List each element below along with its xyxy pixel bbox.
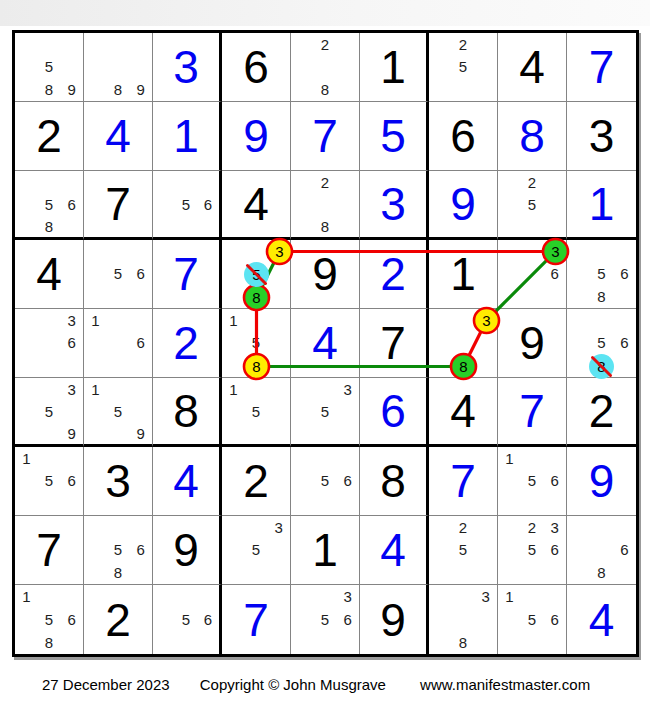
grid-cell-r1c4[interactable]: 6 xyxy=(222,33,291,102)
grid-cell-r2c2[interactable]: 4 xyxy=(84,102,153,171)
solved-digit: 3 xyxy=(153,33,219,101)
sudoku-board: 5898936281254724197568356875642839251456… xyxy=(12,30,639,657)
given-digit: 2 xyxy=(84,585,152,654)
solved-digit: 7 xyxy=(429,447,497,515)
given-digit: 4 xyxy=(429,378,497,444)
grid-cell-r5c7[interactable]: 38 xyxy=(429,309,498,378)
candidate-digit: 6 xyxy=(613,332,636,355)
grid-cell-r6c4[interactable]: 15 xyxy=(222,378,291,447)
solved-digit: 1 xyxy=(153,102,219,170)
grid-cell-r2c9[interactable]: 3 xyxy=(567,102,636,171)
candidate-grid: 35 xyxy=(291,378,359,444)
candidate-grid: 159 xyxy=(84,378,152,444)
candidate-digit: 5 xyxy=(175,608,197,631)
grid-cell-r1c1[interactable]: 589 xyxy=(15,33,84,102)
candidate-grid: 36 xyxy=(498,240,566,308)
candidate-grid: 156 xyxy=(498,585,566,654)
solved-digit: 9 xyxy=(222,102,290,170)
grid-cell-r2c7[interactable]: 6 xyxy=(429,102,498,171)
candidate-grid: 28 xyxy=(291,171,359,237)
candidate-digit: 5 xyxy=(314,400,337,422)
given-digit: 1 xyxy=(291,516,359,584)
grid-cell-r6c7[interactable]: 4 xyxy=(429,378,498,447)
grid-cell-r4c4[interactable]: 358 xyxy=(222,240,291,309)
grid-cell-r4c9[interactable]: 568 xyxy=(567,240,636,309)
grid-cell-r1c2[interactable]: 89 xyxy=(84,33,153,102)
candidate-digit: 9 xyxy=(129,78,152,101)
grid-cell-r5c8[interactable]: 9 xyxy=(498,309,567,378)
candidate-digit: 5 xyxy=(314,608,337,631)
candidate-digit: 9 xyxy=(60,422,83,444)
candidate-digit: 6 xyxy=(129,263,152,286)
candidate-digit: 2 xyxy=(314,171,337,193)
candidate-digit: 6 xyxy=(129,332,152,355)
candidate-digit: 3 xyxy=(336,585,359,608)
given-digit: 3 xyxy=(567,102,636,170)
candidate-grid: 568 xyxy=(84,516,152,584)
given-digit: 1 xyxy=(360,33,426,101)
candidate-digit: 2 xyxy=(452,33,475,56)
candidate-grid: 356 xyxy=(291,585,359,654)
grid-cell-r4c2[interactable]: 56 xyxy=(84,240,153,309)
candidate-digit: 5 xyxy=(245,539,268,562)
grid-cell-r8c1[interactable]: 7 xyxy=(15,516,84,585)
grid-cell-r6c6[interactable]: 6 xyxy=(360,378,429,447)
candidate-digit: 5 xyxy=(314,470,337,493)
candidate-digit: 5 xyxy=(245,263,268,286)
solved-digit: 4 xyxy=(84,102,152,170)
candidate-digit: 6 xyxy=(336,608,359,631)
candidate-digit: 8 xyxy=(452,354,475,377)
candidate-digit: 3 xyxy=(474,309,497,332)
grid-cell-r1c7[interactable]: 25 xyxy=(429,33,498,102)
grid-cell-r1c5[interactable]: 28 xyxy=(291,33,360,102)
candidate-digit: 8 xyxy=(245,354,268,377)
solved-digit: 8 xyxy=(498,102,566,170)
solved-digit: 3 xyxy=(360,171,426,237)
grid-cell-r9c8[interactable]: 156 xyxy=(498,585,567,654)
footer-date: 27 December 2023 xyxy=(42,676,170,693)
candidate-digit: 2 xyxy=(314,33,337,56)
candidate-grid: 36 xyxy=(15,309,83,377)
grid-cell-r7c2[interactable]: 3 xyxy=(84,447,153,516)
given-digit: 7 xyxy=(84,171,152,237)
solved-digit: 4 xyxy=(153,447,219,515)
grid-cell-r8c8[interactable]: 2356 xyxy=(498,516,567,585)
candidate-digit: 9 xyxy=(60,78,83,101)
grid-cell-r8c7[interactable]: 25 xyxy=(429,516,498,585)
grid-cell-r9c5[interactable]: 356 xyxy=(291,585,360,654)
footer-copyright: Copyright © John Musgrave xyxy=(200,676,386,693)
grid-cell-r3c4[interactable]: 4 xyxy=(222,171,291,240)
candidate-digit: 6 xyxy=(60,193,83,215)
grid-cell-r3c6[interactable]: 3 xyxy=(360,171,429,240)
grid-cell-r8c5[interactable]: 1 xyxy=(291,516,360,585)
grid-cell-r7c1[interactable]: 156 xyxy=(15,447,84,516)
solved-digit: 2 xyxy=(153,309,219,377)
candidate-digit: 8 xyxy=(452,631,475,654)
candidate-digit: 6 xyxy=(543,263,566,286)
candidate-digit: 8 xyxy=(590,285,613,308)
candidate-digit: 5 xyxy=(521,608,544,631)
grid-cell-r9c6[interactable]: 9 xyxy=(360,585,429,654)
candidate-grid: 15 xyxy=(222,378,290,444)
candidate-digit: 1 xyxy=(498,585,521,608)
given-digit: 9 xyxy=(291,240,359,308)
candidate-digit: 6 xyxy=(543,608,566,631)
solved-digit: 2 xyxy=(360,240,426,308)
grid-cell-r8c3[interactable]: 9 xyxy=(153,516,222,585)
grid-cell-r6c5[interactable]: 35 xyxy=(291,378,360,447)
candidate-grid: 56 xyxy=(153,585,219,654)
candidate-digit: 3 xyxy=(543,516,566,539)
given-digit: 4 xyxy=(222,171,290,237)
candidate-digit: 8 xyxy=(314,78,337,101)
candidate-digit: 6 xyxy=(613,539,636,562)
grid-cell-r7c8[interactable]: 156 xyxy=(498,447,567,516)
given-digit: 4 xyxy=(498,33,566,101)
grid-cell-r8c6[interactable]: 4 xyxy=(360,516,429,585)
given-digit: 2 xyxy=(567,378,636,444)
candidate-digit: 8 xyxy=(38,78,61,101)
given-digit: 4 xyxy=(15,240,83,308)
grid-cell-r5c4[interactable]: 158 xyxy=(222,309,291,378)
candidate-digit: 5 xyxy=(590,263,613,286)
candidate-digit: 1 xyxy=(84,378,107,400)
grid-cell-r2c8[interactable]: 8 xyxy=(498,102,567,171)
candidate-grid: 156 xyxy=(498,447,566,515)
solved-digit: 5 xyxy=(360,102,426,170)
candidate-grid: 158 xyxy=(222,309,290,377)
candidate-grid: 1568 xyxy=(15,585,83,654)
grid-cell-r7c5[interactable]: 56 xyxy=(291,447,360,516)
candidate-digit: 5 xyxy=(245,332,268,355)
candidate-digit: 2 xyxy=(521,516,544,539)
candidate-grid: 568 xyxy=(15,171,83,237)
candidate-grid: 16 xyxy=(84,309,152,377)
candidate-digit: 8 xyxy=(38,215,61,237)
candidate-digit: 2 xyxy=(452,516,475,539)
candidate-grid: 38 xyxy=(429,585,497,654)
grid-cell-r9c9[interactable]: 4 xyxy=(567,585,636,654)
candidate-digit: 5 xyxy=(175,193,197,215)
given-digit: 7 xyxy=(15,516,83,584)
candidate-digit: 5 xyxy=(38,193,61,215)
candidate-digit: 6 xyxy=(129,539,152,562)
candidate-digit: 1 xyxy=(15,447,38,470)
grid-cell-r5c2[interactable]: 16 xyxy=(84,309,153,378)
solved-digit: 7 xyxy=(498,378,566,444)
candidate-grid: 25 xyxy=(498,171,566,237)
header-strip xyxy=(0,0,650,26)
candidate-digit: 5 xyxy=(452,539,475,562)
candidate-digit: 1 xyxy=(498,447,521,470)
grid-cell-r9c1[interactable]: 1568 xyxy=(15,585,84,654)
candidate-digit: 8 xyxy=(590,354,613,377)
candidate-grid: 56 xyxy=(84,240,152,308)
solved-digit: 4 xyxy=(567,585,636,654)
candidate-grid: 568 xyxy=(567,309,636,377)
candidate-grid: 568 xyxy=(567,240,636,308)
grid-cell-r9c4[interactable]: 7 xyxy=(222,585,291,654)
grid-cell-r2c5[interactable]: 7 xyxy=(291,102,360,171)
candidate-digit: 5 xyxy=(107,263,130,286)
given-digit: 7 xyxy=(360,309,426,377)
grid-cell-r3c9[interactable]: 1 xyxy=(567,171,636,240)
grid-cell-r7c4[interactable]: 2 xyxy=(222,447,291,516)
grid-cell-r1c8[interactable]: 4 xyxy=(498,33,567,102)
candidate-grid: 358 xyxy=(222,240,290,308)
given-digit: 9 xyxy=(153,516,219,584)
candidate-digit: 5 xyxy=(38,56,61,79)
grid-cell-r4c1[interactable]: 4 xyxy=(15,240,84,309)
candidate-grid: 68 xyxy=(567,516,636,584)
candidate-digit: 6 xyxy=(197,193,219,215)
solved-digit: 7 xyxy=(291,102,359,170)
grid-cell-r4c5[interactable]: 9 xyxy=(291,240,360,309)
grid-cell-r5c3[interactable]: 2 xyxy=(153,309,222,378)
candidate-digit: 3 xyxy=(267,516,290,539)
solved-digit: 9 xyxy=(567,447,636,515)
candidate-grid: 25 xyxy=(429,516,497,584)
grid-cell-r5c9[interactable]: 568 xyxy=(567,309,636,378)
candidate-digit: 5 xyxy=(38,470,61,493)
grid-cell-r9c2[interactable]: 2 xyxy=(84,585,153,654)
grid-cell-r7c6[interactable]: 8 xyxy=(360,447,429,516)
candidate-digit: 5 xyxy=(590,332,613,355)
grid-cell-r5c5[interactable]: 4 xyxy=(291,309,360,378)
grid-cell-r7c7[interactable]: 7 xyxy=(429,447,498,516)
candidate-digit: 6 xyxy=(543,539,566,562)
grid-cell-r5c6[interactable]: 7 xyxy=(360,309,429,378)
candidate-digit: 3 xyxy=(60,309,83,332)
given-digit: 8 xyxy=(153,378,219,444)
grid-cell-r3c1[interactable]: 568 xyxy=(15,171,84,240)
candidate-digit: 5 xyxy=(521,539,544,562)
grid-cell-r3c5[interactable]: 28 xyxy=(291,171,360,240)
candidate-digit: 8 xyxy=(107,78,130,101)
candidate-grid: 156 xyxy=(15,447,83,515)
grid-cell-r6c3[interactable]: 8 xyxy=(153,378,222,447)
given-digit: 2 xyxy=(222,447,290,515)
candidate-digit: 9 xyxy=(129,422,152,444)
grid-cell-r8c4[interactable]: 35 xyxy=(222,516,291,585)
candidate-digit: 8 xyxy=(314,215,337,237)
candidate-digit: 3 xyxy=(543,240,566,263)
grid-cell-r9c7[interactable]: 38 xyxy=(429,585,498,654)
candidate-digit: 1 xyxy=(84,309,107,332)
candidate-digit: 6 xyxy=(60,470,83,493)
candidate-digit: 5 xyxy=(38,400,61,422)
footer-url: www.manifestmaster.com xyxy=(420,676,590,693)
grid-cell-r4c8[interactable]: 36 xyxy=(498,240,567,309)
candidate-digit: 6 xyxy=(613,263,636,286)
candidate-digit: 8 xyxy=(245,285,268,308)
candidate-digit: 5 xyxy=(107,539,130,562)
solved-digit: 1 xyxy=(567,171,636,237)
given-digit: 2 xyxy=(15,102,83,170)
candidate-digit: 3 xyxy=(474,585,497,608)
candidate-digit: 6 xyxy=(60,608,83,631)
grid-cell-r2c3[interactable]: 1 xyxy=(153,102,222,171)
candidate-grid: 28 xyxy=(291,33,359,101)
candidate-digit: 5 xyxy=(452,56,475,79)
candidate-digit: 1 xyxy=(222,378,245,400)
given-digit: 6 xyxy=(222,33,290,101)
grid-cell-r1c9[interactable]: 7 xyxy=(567,33,636,102)
candidate-digit: 8 xyxy=(38,631,61,654)
grid-cell-r3c2[interactable]: 7 xyxy=(84,171,153,240)
grid-cell-r4c3[interactable]: 7 xyxy=(153,240,222,309)
candidate-digit: 5 xyxy=(521,470,544,493)
grid-cell-r6c9[interactable]: 2 xyxy=(567,378,636,447)
grid-cell-r4c7[interactable]: 1 xyxy=(429,240,498,309)
candidate-digit: 1 xyxy=(222,309,245,332)
candidate-digit: 6 xyxy=(60,332,83,355)
candidate-grid: 56 xyxy=(153,171,219,237)
candidate-digit: 1 xyxy=(15,585,38,608)
solved-digit: 7 xyxy=(567,33,636,101)
solved-digit: 6 xyxy=(360,378,426,444)
grid-cell-r3c7[interactable]: 9 xyxy=(429,171,498,240)
candidate-grid: 359 xyxy=(15,378,83,444)
grid-cell-r5c1[interactable]: 36 xyxy=(15,309,84,378)
grid-cell-r1c3[interactable]: 3 xyxy=(153,33,222,102)
grid-cell-r2c4[interactable]: 9 xyxy=(222,102,291,171)
candidate-digit: 5 xyxy=(521,193,544,215)
grid-cell-r6c8[interactable]: 7 xyxy=(498,378,567,447)
candidate-grid: 35 xyxy=(222,516,290,584)
grid-cell-r3c3[interactable]: 56 xyxy=(153,171,222,240)
candidate-digit: 3 xyxy=(267,240,290,263)
grid-cell-r7c3[interactable]: 4 xyxy=(153,447,222,516)
candidate-digit: 8 xyxy=(107,561,130,584)
candidate-digit: 3 xyxy=(60,378,83,400)
grid-cell-r6c1[interactable]: 359 xyxy=(15,378,84,447)
candidate-digit: 6 xyxy=(336,470,359,493)
solved-digit: 7 xyxy=(153,240,219,308)
candidate-grid: 2356 xyxy=(498,516,566,584)
candidate-grid: 25 xyxy=(429,33,497,101)
grid-cell-r8c9[interactable]: 68 xyxy=(567,516,636,585)
footer: 27 December 2023 Copyright © John Musgra… xyxy=(42,676,590,693)
grid-cell-r6c2[interactable]: 159 xyxy=(84,378,153,447)
given-digit: 1 xyxy=(429,240,497,308)
candidate-digit: 8 xyxy=(590,561,613,584)
given-digit: 9 xyxy=(360,585,426,654)
grid-cell-r8c2[interactable]: 568 xyxy=(84,516,153,585)
solved-digit: 9 xyxy=(429,171,497,237)
grid-cell-r2c1[interactable]: 2 xyxy=(15,102,84,171)
candidate-digit: 5 xyxy=(245,400,268,422)
given-digit: 6 xyxy=(429,102,497,170)
grid-cell-r9c3[interactable]: 56 xyxy=(153,585,222,654)
candidate-grid: 89 xyxy=(84,33,152,101)
given-digit: 9 xyxy=(498,309,566,377)
given-digit: 8 xyxy=(360,447,426,515)
candidate-grid: 38 xyxy=(429,309,497,377)
candidate-grid: 56 xyxy=(291,447,359,515)
candidate-grid: 589 xyxy=(15,33,83,101)
candidate-digit: 6 xyxy=(197,608,219,631)
grid-cell-r2c6[interactable]: 5 xyxy=(360,102,429,171)
candidate-digit: 5 xyxy=(38,608,61,631)
grid-cell-r7c9[interactable]: 9 xyxy=(567,447,636,516)
grid-cell-r1c6[interactable]: 1 xyxy=(360,33,429,102)
candidate-digit: 2 xyxy=(521,171,544,193)
candidate-digit: 3 xyxy=(336,378,359,400)
grid-cell-r3c8[interactable]: 25 xyxy=(498,171,567,240)
solved-digit: 4 xyxy=(360,516,426,584)
solved-digit: 4 xyxy=(291,309,359,377)
candidate-digit: 5 xyxy=(107,400,130,422)
candidate-digit: 6 xyxy=(543,470,566,493)
solved-digit: 7 xyxy=(222,585,290,654)
grid-cell-r4c6[interactable]: 2 xyxy=(360,240,429,309)
given-digit: 3 xyxy=(84,447,152,515)
